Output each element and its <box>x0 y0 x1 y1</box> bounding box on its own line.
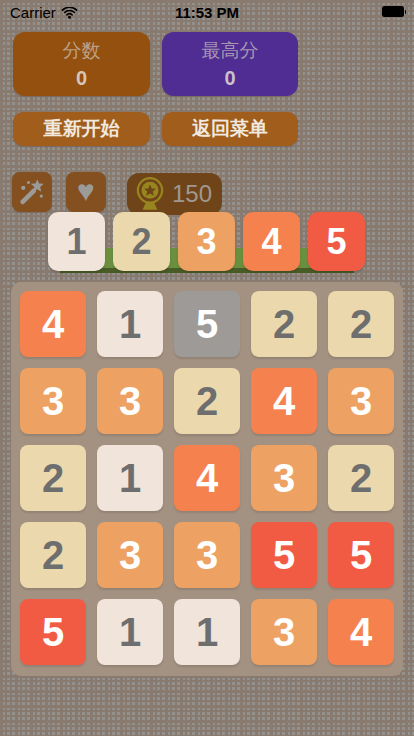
best-score-label: 最高分 <box>202 38 259 64</box>
board-tile-r4c2[interactable]: 3 <box>97 522 163 588</box>
board-tile-r5c2[interactable]: 1 <box>97 599 163 665</box>
board-tile-r3c1[interactable]: 2 <box>20 445 86 511</box>
board-grid: 4152233243214322335551134 <box>20 291 394 665</box>
board-tile-r4c4[interactable]: 5 <box>251 522 317 588</box>
tray-tile-2[interactable]: 2 <box>113 212 170 271</box>
back-to-menu-button[interactable]: 返回菜单 <box>162 112 298 146</box>
board-tile-r2c4[interactable]: 4 <box>251 368 317 434</box>
board-tile-r4c3[interactable]: 3 <box>174 522 240 588</box>
heart-button[interactable]: ♥ <box>66 172 106 212</box>
board-tile-r1c5[interactable]: 2 <box>328 291 394 357</box>
board-tile-r3c4[interactable]: 3 <box>251 445 317 511</box>
best-score-panel: 最高分 0 <box>162 32 298 96</box>
magic-wand-button[interactable] <box>12 172 52 212</box>
board-tile-r5c1[interactable]: 5 <box>20 599 86 665</box>
board-tile-r3c5[interactable]: 2 <box>328 445 394 511</box>
best-score-value: 0 <box>224 67 235 90</box>
board-tile-r1c4[interactable]: 2 <box>251 291 317 357</box>
score-panel: 分数 0 <box>13 32 150 96</box>
tray-tile-4[interactable]: 4 <box>243 212 300 271</box>
board-tile-r2c3[interactable]: 2 <box>174 368 240 434</box>
board-tile-r2c2[interactable]: 3 <box>97 368 163 434</box>
board-tile-r5c3[interactable]: 1 <box>174 599 240 665</box>
coin-count: 150 <box>172 180 212 208</box>
tray-tile-5[interactable]: 5 <box>308 212 365 271</box>
status-bar: Carrier 11:53 PM <box>0 0 414 24</box>
board-tile-r1c2[interactable]: 1 <box>97 291 163 357</box>
board-tile-r3c2[interactable]: 1 <box>97 445 163 511</box>
clock: 11:53 PM <box>0 4 414 21</box>
score-value: 0 <box>76 67 87 90</box>
game-board: 4152233243214322335551134 <box>11 282 403 676</box>
board-tile-r5c4[interactable]: 3 <box>251 599 317 665</box>
board-tile-r4c1[interactable]: 2 <box>20 522 86 588</box>
score-label: 分数 <box>63 38 101 64</box>
tray-tile-1[interactable]: 1 <box>48 212 105 271</box>
board-tile-r1c1[interactable]: 4 <box>20 291 86 357</box>
tile-tray: 12345 <box>48 212 366 272</box>
battery-icon <box>382 6 407 17</box>
tray-tile-3[interactable]: 3 <box>178 212 235 271</box>
coins-badge[interactable]: 150 <box>127 173 222 215</box>
board-tile-r1c3[interactable]: 5 <box>174 291 240 357</box>
coin-medal-icon <box>135 177 165 211</box>
board-tile-r3c3[interactable]: 4 <box>174 445 240 511</box>
board-tile-r4c5[interactable]: 5 <box>328 522 394 588</box>
tray-row: 12345 <box>48 212 365 271</box>
restart-button[interactable]: 重新开始 <box>13 112 150 146</box>
board-tile-r5c5[interactable]: 4 <box>328 599 394 665</box>
board-tile-r2c5[interactable]: 3 <box>328 368 394 434</box>
board-tile-r2c1[interactable]: 3 <box>20 368 86 434</box>
heart-icon: ♥ <box>77 176 95 206</box>
magic-wand-icon <box>18 178 46 206</box>
